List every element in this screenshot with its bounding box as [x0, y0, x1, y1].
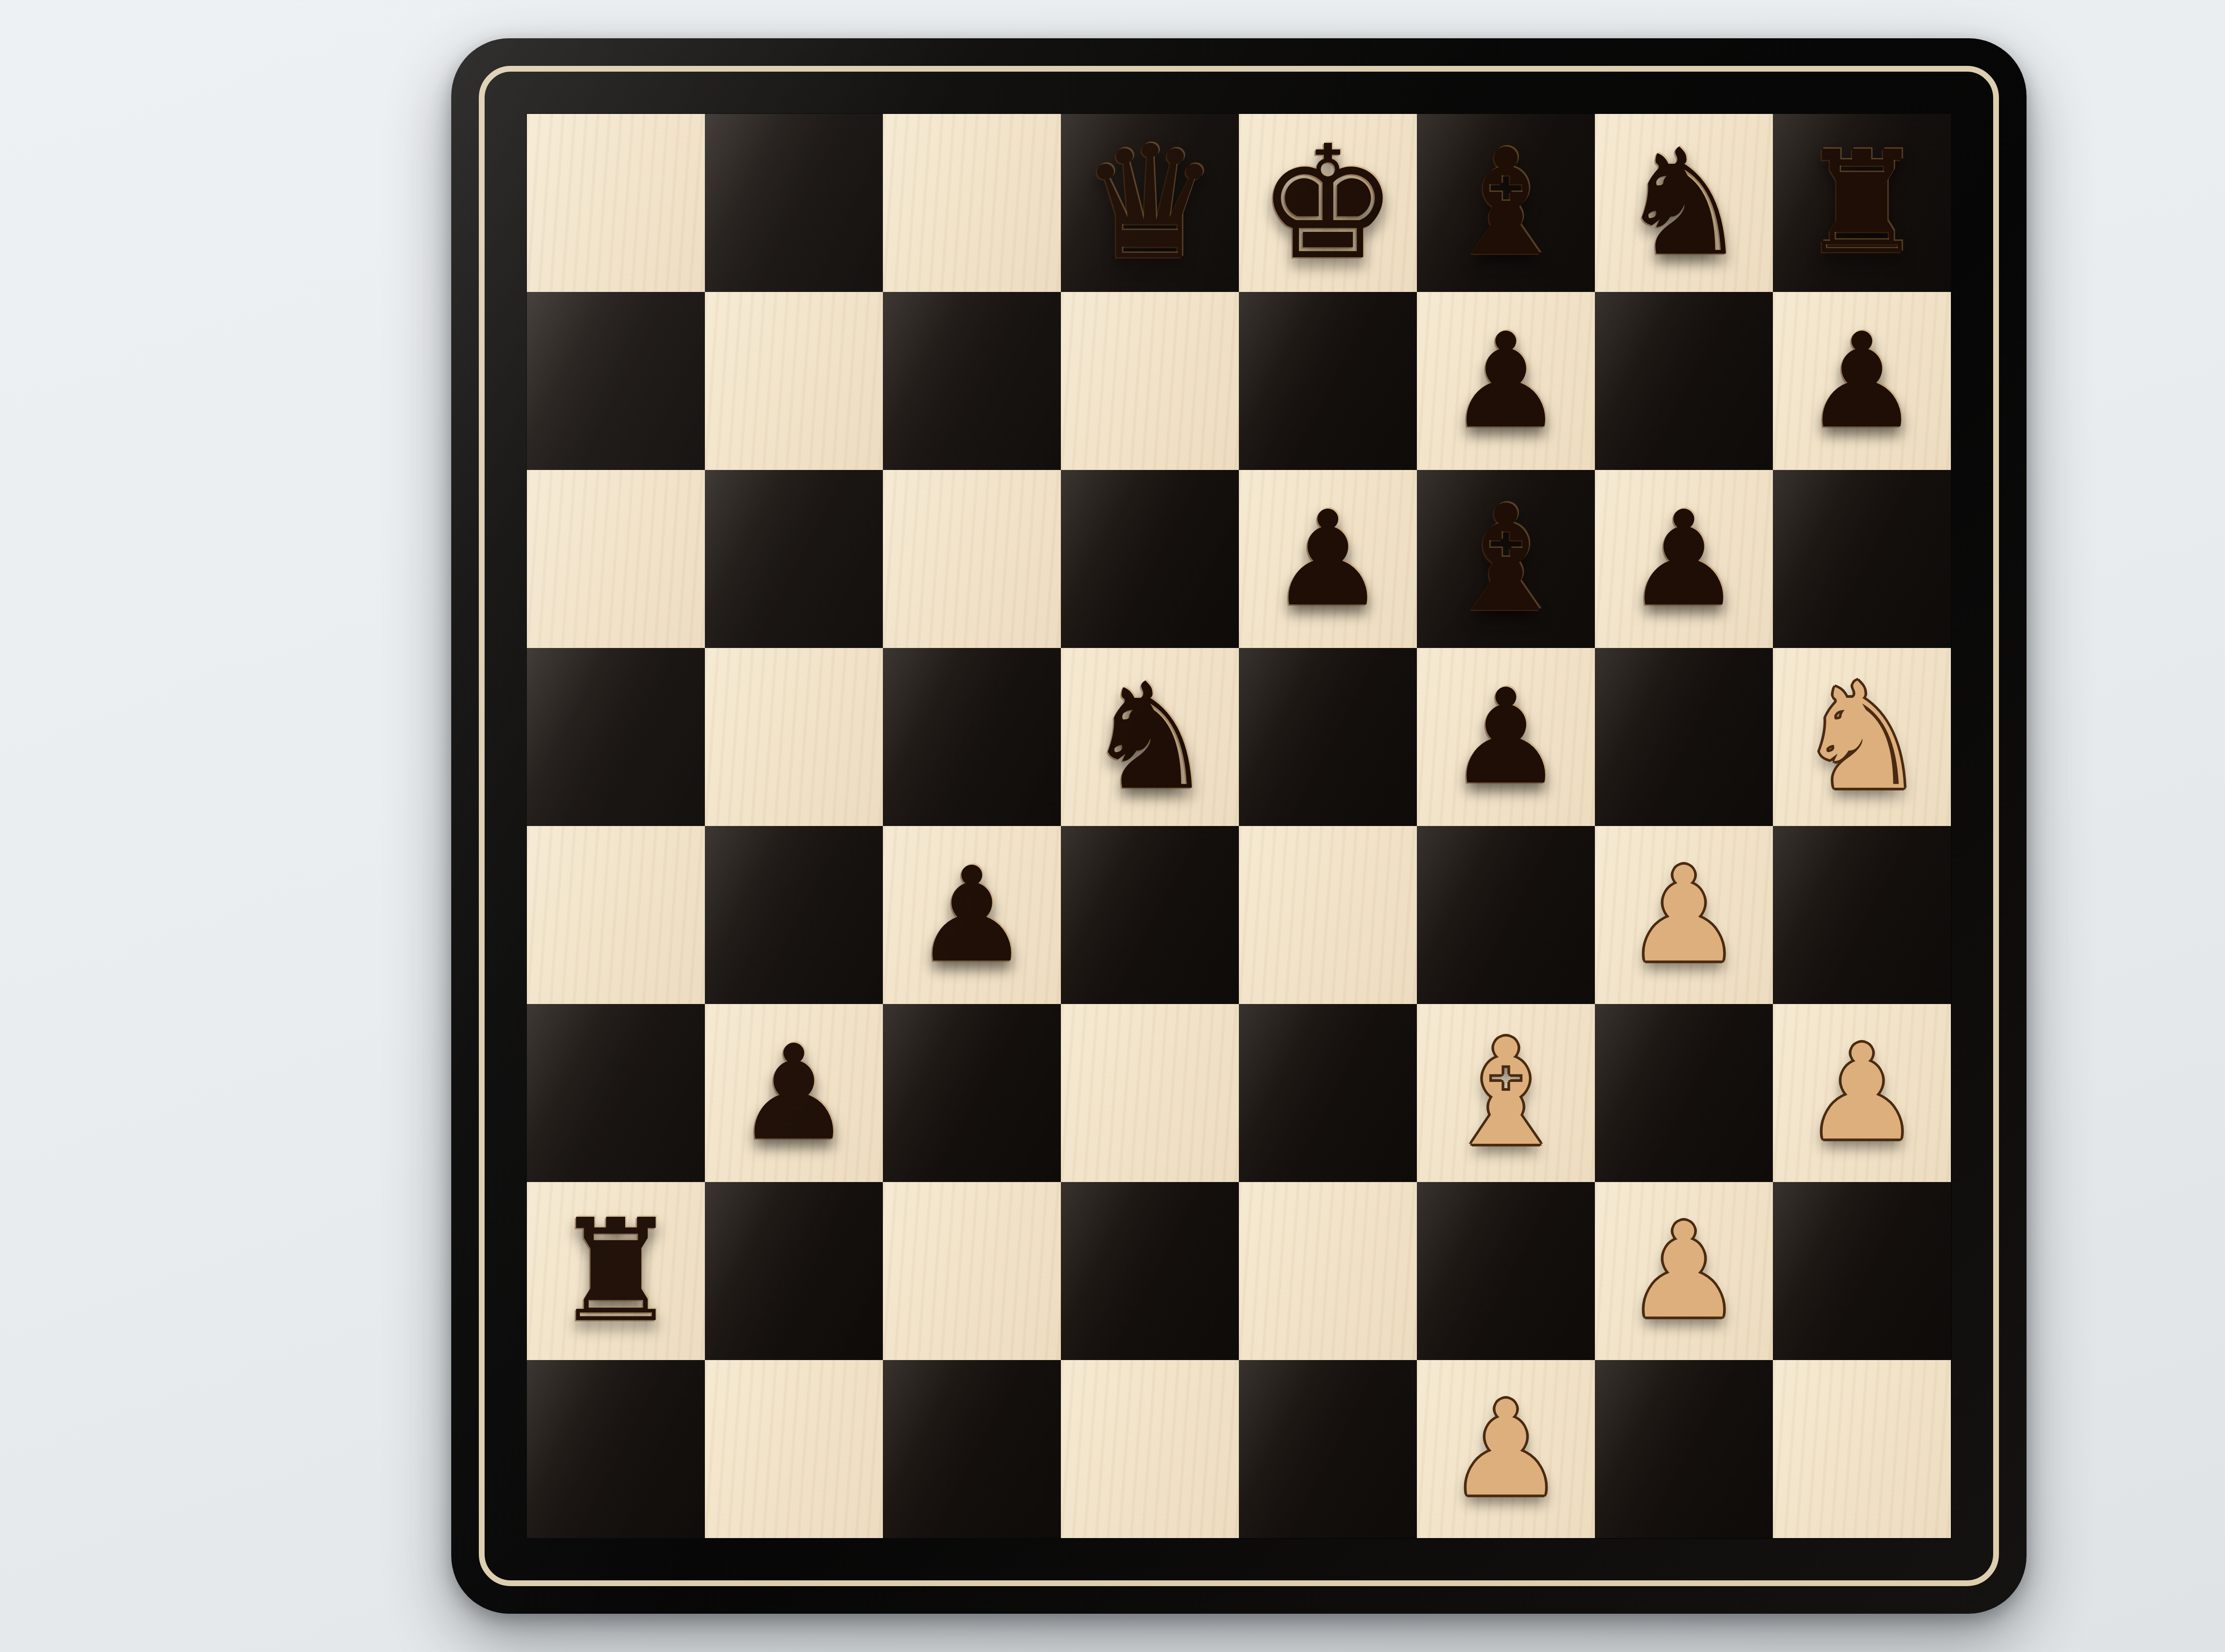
black-pawn-g6[interactable]: ♟: [1595, 470, 1773, 648]
square-e7[interactable]: [1239, 292, 1417, 470]
black-pawn-h7[interactable]: ♟: [1773, 292, 1951, 470]
square-f7[interactable]: ♟: [1417, 292, 1595, 470]
square-d7[interactable]: [1061, 292, 1239, 470]
square-h6[interactable]: [1773, 470, 1951, 648]
white-pawn-g4[interactable]: ♟: [1595, 826, 1773, 1004]
white-bishop-f3[interactable]: ♝: [1417, 1004, 1595, 1182]
square-d5[interactable]: ♞: [1061, 648, 1239, 826]
square-a6[interactable]: [527, 470, 705, 648]
square-g7[interactable]: [1595, 292, 1773, 470]
square-c8[interactable]: [883, 114, 1061, 292]
square-f5[interactable]: ♟: [1417, 648, 1595, 826]
square-f4[interactable]: [1417, 826, 1595, 1004]
square-c2[interactable]: [883, 1182, 1061, 1360]
square-a8[interactable]: [527, 114, 705, 292]
square-e4[interactable]: [1239, 826, 1417, 1004]
white-knight-h5[interactable]: ♞: [1773, 648, 1951, 826]
square-f3[interactable]: ♝: [1417, 1004, 1595, 1182]
square-b2[interactable]: [705, 1182, 883, 1360]
square-a7[interactable]: [527, 292, 705, 470]
square-f1[interactable]: ♟: [1417, 1360, 1595, 1538]
black-king-e8[interactable]: ♚: [1239, 114, 1417, 292]
black-pawn-b3[interactable]: ♟: [705, 1004, 883, 1182]
square-d6[interactable]: [1061, 470, 1239, 648]
white-pawn-f1[interactable]: ♟: [1417, 1360, 1595, 1538]
square-g8[interactable]: ♞: [1595, 114, 1773, 292]
square-g2[interactable]: ♟: [1595, 1182, 1773, 1360]
square-a4[interactable]: [527, 826, 705, 1004]
white-pawn-h3[interactable]: ♟: [1773, 1004, 1951, 1182]
square-b4[interactable]: [705, 826, 883, 1004]
square-g1[interactable]: [1595, 1360, 1773, 1538]
square-h3[interactable]: ♟: [1773, 1004, 1951, 1182]
square-e8[interactable]: ♚: [1239, 114, 1417, 292]
square-b3[interactable]: ♟: [705, 1004, 883, 1182]
black-knight-g8[interactable]: ♞: [1595, 114, 1773, 292]
black-queen-d8[interactable]: ♛: [1061, 114, 1239, 292]
square-g5[interactable]: [1595, 648, 1773, 826]
square-f8[interactable]: ♝: [1417, 114, 1595, 292]
square-b6[interactable]: [705, 470, 883, 648]
square-d3[interactable]: [1061, 1004, 1239, 1182]
square-c3[interactable]: [883, 1004, 1061, 1182]
square-e6[interactable]: ♟: [1239, 470, 1417, 648]
black-rook-h8[interactable]: ♜: [1773, 114, 1951, 292]
square-b5[interactable]: [705, 648, 883, 826]
square-e5[interactable]: [1239, 648, 1417, 826]
square-c7[interactable]: [883, 292, 1061, 470]
square-f6[interactable]: ♝: [1417, 470, 1595, 648]
square-b8[interactable]: [705, 114, 883, 292]
square-d2[interactable]: [1061, 1182, 1239, 1360]
black-bishop-f8[interactable]: ♝: [1417, 114, 1595, 292]
square-h1[interactable]: [1773, 1360, 1951, 1538]
square-c1[interactable]: [883, 1360, 1061, 1538]
square-c5[interactable]: [883, 648, 1061, 826]
black-pawn-f7[interactable]: ♟: [1417, 292, 1595, 470]
square-a1[interactable]: [527, 1360, 705, 1538]
black-pawn-e6[interactable]: ♟: [1239, 470, 1417, 648]
square-a5[interactable]: [527, 648, 705, 826]
black-bishop-f6[interactable]: ♝: [1417, 470, 1595, 648]
black-pawn-c4[interactable]: ♟: [883, 826, 1061, 1004]
square-g6[interactable]: ♟: [1595, 470, 1773, 648]
square-a2[interactable]: ♜: [527, 1182, 705, 1360]
square-d8[interactable]: ♛: [1061, 114, 1239, 292]
square-h2[interactable]: [1773, 1182, 1951, 1360]
square-b1[interactable]: [705, 1360, 883, 1538]
board-frame: ♛♚♝♞♜♟♟♟♝♟♞♟♞♟♟♟♝♟♜♟♟: [451, 38, 2027, 1614]
square-d1[interactable]: [1061, 1360, 1239, 1538]
square-d4[interactable]: [1061, 826, 1239, 1004]
square-e3[interactable]: [1239, 1004, 1417, 1182]
square-a3[interactable]: [527, 1004, 705, 1182]
square-c4[interactable]: ♟: [883, 826, 1061, 1004]
photo-backdrop: ♛♚♝♞♜♟♟♟♝♟♞♟♞♟♟♟♝♟♜♟♟: [0, 0, 2225, 1652]
black-knight-d5[interactable]: ♞: [1061, 648, 1239, 826]
white-pawn-g2[interactable]: ♟: [1595, 1182, 1773, 1360]
square-h5[interactable]: ♞: [1773, 648, 1951, 826]
square-h7[interactable]: ♟: [1773, 292, 1951, 470]
square-e1[interactable]: [1239, 1360, 1417, 1538]
square-h4[interactable]: [1773, 826, 1951, 1004]
chess-board: ♛♚♝♞♜♟♟♟♝♟♞♟♞♟♟♟♝♟♜♟♟: [527, 114, 1951, 1538]
square-b7[interactable]: [705, 292, 883, 470]
square-e2[interactable]: [1239, 1182, 1417, 1360]
square-c6[interactable]: [883, 470, 1061, 648]
square-f2[interactable]: [1417, 1182, 1595, 1360]
square-g4[interactable]: ♟: [1595, 826, 1773, 1004]
square-h8[interactable]: ♜: [1773, 114, 1951, 292]
square-g3[interactable]: [1595, 1004, 1773, 1182]
black-pawn-f5[interactable]: ♟: [1417, 648, 1595, 826]
black-rook-a2[interactable]: ♜: [527, 1182, 705, 1360]
